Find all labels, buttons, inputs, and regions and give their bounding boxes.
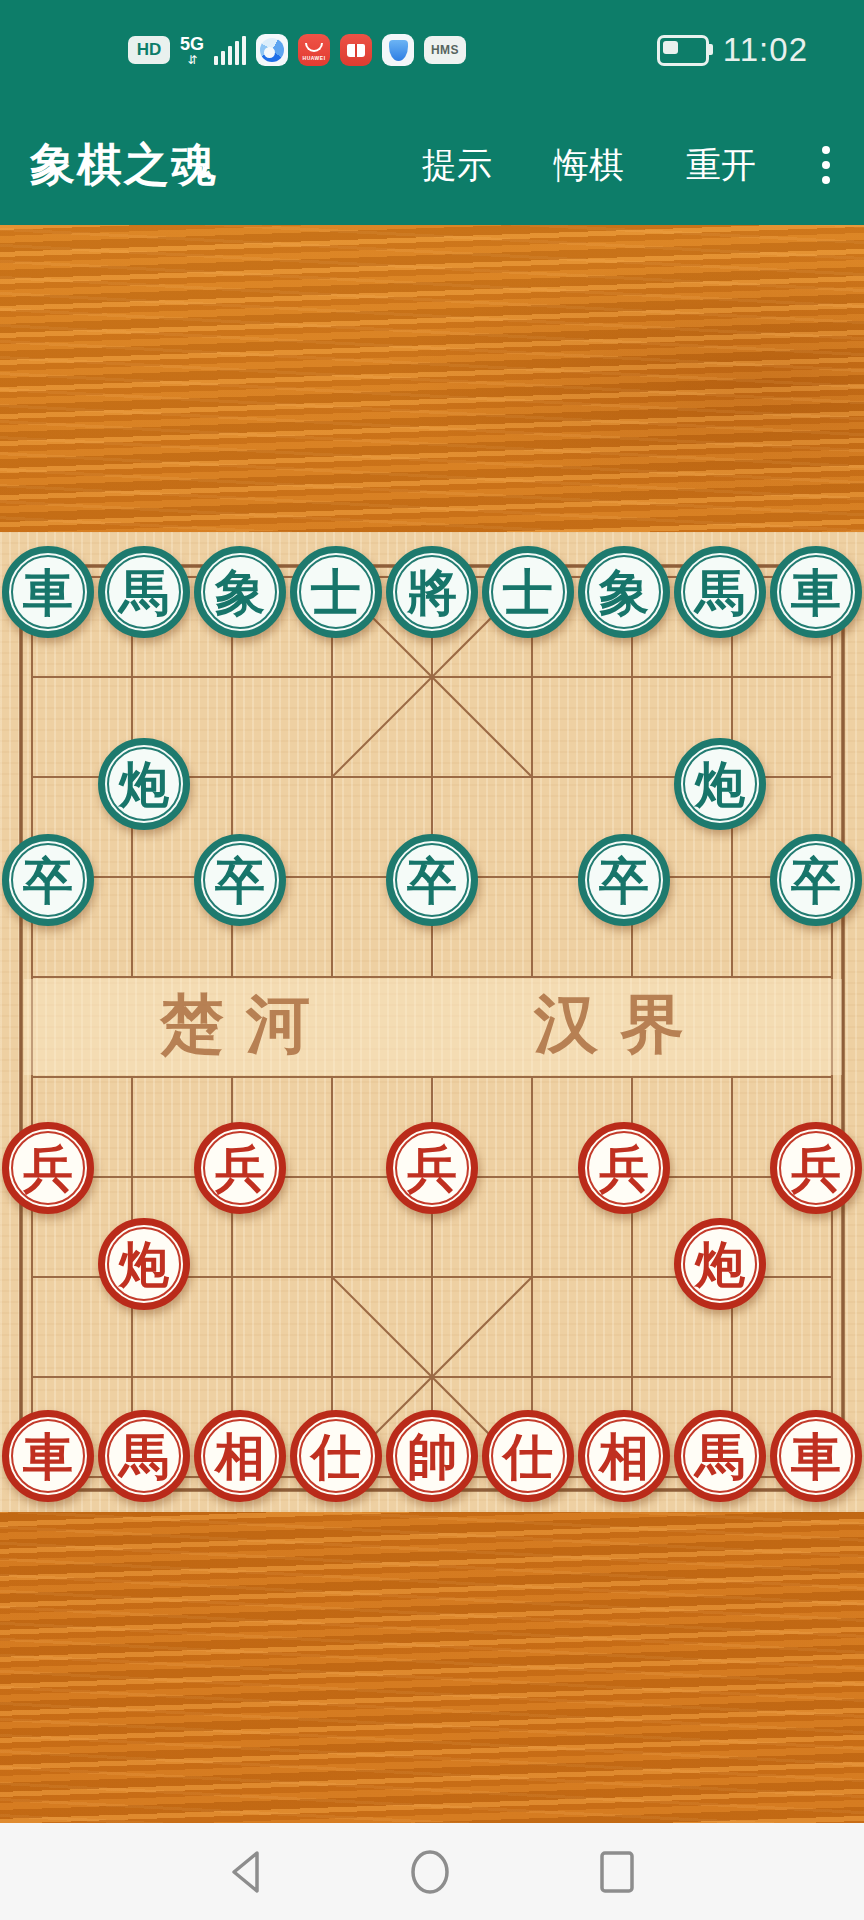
nav-recents-button[interactable] — [595, 1848, 639, 1899]
signal-bars-icon — [214, 35, 246, 65]
piece-red-r6f1[interactable]: 兵 — [2, 1122, 94, 1214]
xiangqi-board[interactable]: 楚河 汉界 車馬象士將士象馬車炮炮卒卒卒卒卒兵兵兵兵兵炮炮車馬相仕帥仕相馬車 — [0, 532, 864, 1512]
shield-icon — [389, 40, 408, 61]
piece-black-r3f1[interactable]: 卒 — [2, 834, 94, 926]
restart-button[interactable]: 重开 — [682, 136, 760, 195]
piece-black-r3f9[interactable]: 卒 — [770, 834, 862, 926]
piece-black-r3f3[interactable]: 卒 — [194, 834, 286, 926]
reader-notification-icon — [340, 34, 372, 66]
hd-indicator-icon: HD — [128, 36, 170, 64]
status-left-cluster: HD 5G ⇵ HUAWEI — [128, 34, 466, 66]
app-bar-actions: 提示 悔棋 重开 — [418, 136, 838, 195]
piece-red-r9f2[interactable]: 馬 — [98, 1410, 190, 1502]
app-title: 象棋之魂 — [30, 135, 218, 195]
recents-square-icon — [595, 1848, 639, 1896]
piece-red-r6f5[interactable]: 兵 — [386, 1122, 478, 1214]
piece-black-r0f9[interactable]: 車 — [770, 546, 862, 638]
appgallery-notification-icon: HUAWEI — [298, 34, 330, 66]
piece-black-r0f4[interactable]: 士 — [290, 546, 382, 638]
piece-black-r0f2[interactable]: 馬 — [98, 546, 190, 638]
piece-black-r0f1[interactable]: 車 — [2, 546, 94, 638]
piece-red-r9f9[interactable]: 車 — [770, 1410, 862, 1502]
nav-home-button[interactable] — [408, 1848, 452, 1899]
open-book-icon — [347, 44, 365, 57]
river-label-han: 汉界 — [534, 992, 706, 1056]
piece-black-r2f2[interactable]: 炮 — [98, 738, 190, 830]
phone-screen: HD 5G ⇵ HUAWEI — [0, 0, 864, 1920]
river-band — [24, 979, 842, 1075]
app-bar: 象棋之魂 提示 悔棋 重开 — [0, 105, 864, 225]
piece-red-r9f7[interactable]: 相 — [578, 1410, 670, 1502]
piece-red-r9f6[interactable]: 仕 — [482, 1410, 574, 1502]
status-clock: 11:02 — [723, 31, 808, 69]
piece-black-r0f5[interactable]: 將 — [386, 546, 478, 638]
piece-black-r0f8[interactable]: 馬 — [674, 546, 766, 638]
piece-red-r6f7[interactable]: 兵 — [578, 1122, 670, 1214]
status-right-cluster: 11:02 — [657, 0, 808, 100]
piece-red-r6f3[interactable]: 兵 — [194, 1122, 286, 1214]
security-notification-icon — [382, 34, 414, 66]
undo-move-button[interactable]: 悔棋 — [550, 136, 628, 195]
top-green-bar: HD 5G ⇵ HUAWEI — [0, 0, 864, 225]
piece-black-r0f7[interactable]: 象 — [578, 546, 670, 638]
browser-swirl-icon — [260, 38, 284, 62]
browser-notification-icon — [256, 34, 288, 66]
piece-red-r9f5[interactable]: 帥 — [386, 1410, 478, 1502]
back-triangle-icon — [226, 1848, 270, 1896]
battery-icon — [657, 35, 709, 66]
piece-red-r9f8[interactable]: 馬 — [674, 1410, 766, 1502]
piece-black-r3f7[interactable]: 卒 — [578, 834, 670, 926]
navigation-bar — [0, 1823, 864, 1920]
piece-black-r0f6[interactable]: 士 — [482, 546, 574, 638]
piece-red-r9f1[interactable]: 車 — [2, 1410, 94, 1502]
piece-red-r7f8[interactable]: 炮 — [674, 1218, 766, 1310]
appgallery-arc-icon — [305, 43, 323, 52]
river-label-chu: 楚河 — [160, 992, 332, 1056]
network-5g-icon: 5G ⇵ — [180, 35, 204, 66]
home-circle-icon — [408, 1848, 452, 1896]
piece-red-r6f9[interactable]: 兵 — [770, 1122, 862, 1214]
hms-badge-icon: HMS — [424, 36, 466, 64]
piece-red-r7f2[interactable]: 炮 — [98, 1218, 190, 1310]
hint-button[interactable]: 提示 — [418, 136, 496, 195]
overflow-menu-icon[interactable] — [814, 142, 838, 188]
piece-red-r9f4[interactable]: 仕 — [290, 1410, 382, 1502]
piece-black-r3f5[interactable]: 卒 — [386, 834, 478, 926]
piece-red-r9f3[interactable]: 相 — [194, 1410, 286, 1502]
piece-black-r2f8[interactable]: 炮 — [674, 738, 766, 830]
nav-back-button[interactable] — [226, 1848, 270, 1899]
piece-black-r0f3[interactable]: 象 — [194, 546, 286, 638]
status-bar: HD 5G ⇵ HUAWEI — [0, 0, 864, 100]
